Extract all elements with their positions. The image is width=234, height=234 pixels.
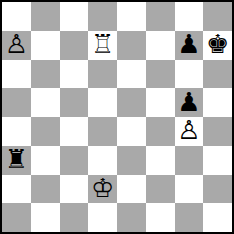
square-g6[interactable] (175, 60, 204, 89)
square-g4[interactable]: ♙ (175, 117, 204, 146)
square-b6[interactable] (31, 60, 60, 89)
square-f1[interactable] (146, 203, 175, 232)
square-f3[interactable] (146, 146, 175, 175)
square-e4[interactable] (117, 117, 146, 146)
square-b7[interactable] (31, 31, 60, 60)
square-b1[interactable] (31, 203, 60, 232)
square-b3[interactable] (31, 146, 60, 175)
square-e1[interactable] (117, 203, 146, 232)
square-a8[interactable] (2, 2, 31, 31)
square-e3[interactable] (117, 146, 146, 175)
square-a3[interactable]: ♜ (2, 146, 31, 175)
square-e6[interactable] (117, 60, 146, 89)
piece-black-king: ♚ (206, 31, 229, 57)
square-h1[interactable] (203, 203, 232, 232)
square-g7[interactable]: ♟ (175, 31, 204, 60)
square-f5[interactable] (146, 88, 175, 117)
square-b8[interactable] (31, 2, 60, 31)
square-g8[interactable] (175, 2, 204, 31)
square-h6[interactable] (203, 60, 232, 89)
square-h7[interactable]: ♚ (203, 31, 232, 60)
square-h8[interactable] (203, 2, 232, 31)
square-a1[interactable] (2, 203, 31, 232)
square-d6[interactable] (88, 60, 117, 89)
square-f2[interactable] (146, 175, 175, 204)
square-d4[interactable] (88, 117, 117, 146)
piece-white-pawn: ♙ (5, 31, 28, 57)
square-c1[interactable] (60, 203, 89, 232)
square-h3[interactable] (203, 146, 232, 175)
square-h4[interactable] (203, 117, 232, 146)
square-g1[interactable] (175, 203, 204, 232)
piece-black-pawn: ♟ (177, 31, 200, 57)
square-f6[interactable] (146, 60, 175, 89)
piece-white-pawn: ♙ (177, 117, 200, 143)
square-d8[interactable] (88, 2, 117, 31)
square-g3[interactable] (175, 146, 204, 175)
chess-board: ♙♖♟♚♟♙♜♔ (2, 2, 232, 232)
square-b5[interactable] (31, 88, 60, 117)
square-c7[interactable] (60, 31, 89, 60)
square-e5[interactable] (117, 88, 146, 117)
square-b2[interactable] (31, 175, 60, 204)
square-g5[interactable]: ♟ (175, 88, 204, 117)
square-f7[interactable] (146, 31, 175, 60)
square-d5[interactable] (88, 88, 117, 117)
square-e8[interactable] (117, 2, 146, 31)
square-d3[interactable] (88, 146, 117, 175)
square-f4[interactable] (146, 117, 175, 146)
square-a7[interactable]: ♙ (2, 31, 31, 60)
square-g2[interactable] (175, 175, 204, 204)
square-a5[interactable] (2, 88, 31, 117)
square-e2[interactable] (117, 175, 146, 204)
square-c2[interactable] (60, 175, 89, 204)
piece-white-king: ♔ (91, 175, 114, 201)
piece-black-pawn: ♟ (177, 89, 200, 115)
square-a6[interactable] (2, 60, 31, 89)
square-c4[interactable] (60, 117, 89, 146)
square-h2[interactable] (203, 175, 232, 204)
square-c8[interactable] (60, 2, 89, 31)
square-e7[interactable] (117, 31, 146, 60)
square-b4[interactable] (31, 117, 60, 146)
square-a2[interactable] (2, 175, 31, 204)
square-a4[interactable] (2, 117, 31, 146)
square-f8[interactable] (146, 2, 175, 31)
chess-board-frame: ♙♖♟♚♟♙♜♔ (0, 0, 234, 234)
square-c3[interactable] (60, 146, 89, 175)
piece-black-rook: ♜ (5, 146, 28, 172)
square-d1[interactable] (88, 203, 117, 232)
square-c5[interactable] (60, 88, 89, 117)
piece-white-rook: ♖ (91, 31, 114, 57)
square-h5[interactable] (203, 88, 232, 117)
square-d2[interactable]: ♔ (88, 175, 117, 204)
square-c6[interactable] (60, 60, 89, 89)
square-d7[interactable]: ♖ (88, 31, 117, 60)
